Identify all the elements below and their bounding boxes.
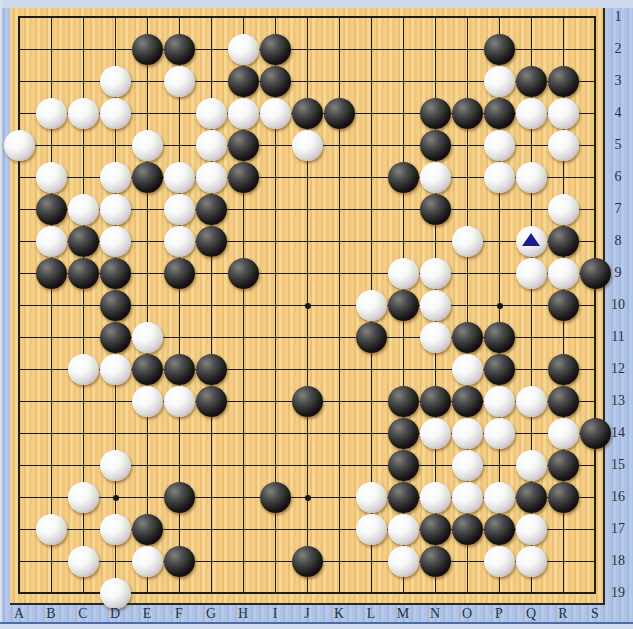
column-label: D bbox=[104, 606, 126, 622]
go-app-window: 12345678910111213141516171819ABCDEFGHIJK… bbox=[0, 0, 633, 629]
frame-bottom-light-strip bbox=[0, 624, 633, 629]
white-stone[interactable] bbox=[100, 162, 131, 193]
white-stone[interactable] bbox=[164, 386, 195, 417]
black-stone[interactable] bbox=[68, 258, 99, 289]
black-stone[interactable] bbox=[548, 66, 579, 97]
black-stone[interactable] bbox=[260, 34, 291, 65]
black-stone[interactable] bbox=[164, 546, 195, 577]
black-stone[interactable] bbox=[452, 322, 483, 353]
black-stone[interactable] bbox=[484, 354, 515, 385]
black-stone[interactable] bbox=[292, 98, 323, 129]
white-stone[interactable] bbox=[164, 66, 195, 97]
white-stone[interactable] bbox=[484, 162, 515, 193]
black-stone[interactable] bbox=[292, 386, 323, 417]
black-stone[interactable] bbox=[196, 386, 227, 417]
white-stone[interactable] bbox=[36, 514, 67, 545]
white-stone[interactable] bbox=[484, 546, 515, 577]
white-stone[interactable] bbox=[100, 578, 131, 609]
black-stone[interactable] bbox=[548, 386, 579, 417]
black-stone[interactable] bbox=[484, 98, 515, 129]
white-stone[interactable] bbox=[100, 66, 131, 97]
black-stone[interactable] bbox=[100, 290, 131, 321]
black-stone[interactable] bbox=[548, 226, 579, 257]
white-stone[interactable] bbox=[388, 514, 419, 545]
white-stone[interactable] bbox=[164, 194, 195, 225]
white-stone[interactable] bbox=[420, 418, 451, 449]
window-top-strip bbox=[0, 0, 633, 8]
black-stone[interactable] bbox=[196, 354, 227, 385]
row-label: 10 bbox=[605, 297, 631, 313]
white-stone[interactable] bbox=[388, 546, 419, 577]
black-stone[interactable] bbox=[132, 514, 163, 545]
column-label: K bbox=[328, 606, 350, 622]
white-stone[interactable] bbox=[356, 482, 387, 513]
row-label: 13 bbox=[605, 393, 631, 409]
column-label: G bbox=[200, 606, 222, 622]
white-stone[interactable] bbox=[548, 98, 579, 129]
row-label: 14 bbox=[605, 425, 631, 441]
column-label: B bbox=[40, 606, 62, 622]
white-stone[interactable] bbox=[452, 450, 483, 481]
white-stone[interactable] bbox=[516, 258, 547, 289]
column-label: I bbox=[264, 606, 286, 622]
row-label: 15 bbox=[605, 457, 631, 473]
white-stone[interactable] bbox=[228, 34, 259, 65]
black-stone[interactable] bbox=[228, 66, 259, 97]
white-stone[interactable] bbox=[484, 386, 515, 417]
row-label: 9 bbox=[605, 265, 631, 281]
black-stone[interactable] bbox=[100, 322, 131, 353]
white-stone[interactable] bbox=[292, 130, 323, 161]
column-label: R bbox=[552, 606, 574, 622]
white-stone[interactable] bbox=[36, 98, 67, 129]
black-stone[interactable] bbox=[452, 98, 483, 129]
black-stone[interactable] bbox=[420, 130, 451, 161]
white-stone[interactable] bbox=[516, 546, 547, 577]
black-stone[interactable] bbox=[452, 386, 483, 417]
white-stone[interactable] bbox=[68, 546, 99, 577]
black-stone[interactable] bbox=[420, 194, 451, 225]
white-stone[interactable] bbox=[548, 418, 579, 449]
black-stone[interactable] bbox=[388, 162, 419, 193]
black-stone[interactable] bbox=[196, 226, 227, 257]
white-stone[interactable] bbox=[388, 258, 419, 289]
black-stone[interactable] bbox=[452, 514, 483, 545]
white-stone[interactable] bbox=[68, 194, 99, 225]
black-stone[interactable] bbox=[388, 418, 419, 449]
white-stone[interactable] bbox=[4, 130, 35, 161]
row-label: 17 bbox=[605, 521, 631, 537]
white-stone[interactable] bbox=[516, 386, 547, 417]
black-stone[interactable] bbox=[420, 98, 451, 129]
white-stone[interactable] bbox=[132, 130, 163, 161]
black-stone[interactable] bbox=[228, 162, 259, 193]
black-stone[interactable] bbox=[388, 482, 419, 513]
white-stone[interactable] bbox=[100, 514, 131, 545]
white-stone[interactable] bbox=[100, 98, 131, 129]
row-label: 5 bbox=[605, 137, 631, 153]
black-stone[interactable] bbox=[420, 546, 451, 577]
white-stone[interactable] bbox=[420, 162, 451, 193]
white-stone[interactable] bbox=[516, 450, 547, 481]
row-label: 6 bbox=[605, 169, 631, 185]
black-stone[interactable] bbox=[228, 258, 259, 289]
white-stone[interactable] bbox=[36, 226, 67, 257]
hoshi-point bbox=[305, 495, 311, 501]
white-stone[interactable] bbox=[228, 98, 259, 129]
black-stone[interactable] bbox=[228, 130, 259, 161]
column-label: P bbox=[488, 606, 510, 622]
white-stone[interactable] bbox=[420, 290, 451, 321]
white-stone[interactable] bbox=[100, 450, 131, 481]
black-stone[interactable] bbox=[548, 450, 579, 481]
row-label: 4 bbox=[605, 105, 631, 121]
black-stone[interactable] bbox=[100, 258, 131, 289]
column-label: Q bbox=[520, 606, 542, 622]
white-stone[interactable] bbox=[196, 130, 227, 161]
black-stone[interactable] bbox=[292, 546, 323, 577]
hoshi-point bbox=[305, 303, 311, 309]
white-stone[interactable] bbox=[516, 162, 547, 193]
white-stone[interactable] bbox=[132, 386, 163, 417]
white-stone[interactable] bbox=[452, 226, 483, 257]
black-stone[interactable] bbox=[548, 482, 579, 513]
black-stone[interactable] bbox=[484, 34, 515, 65]
white-stone[interactable] bbox=[548, 130, 579, 161]
row-label: 2 bbox=[605, 41, 631, 57]
column-label: C bbox=[72, 606, 94, 622]
black-stone[interactable] bbox=[164, 354, 195, 385]
row-label: 18 bbox=[605, 553, 631, 569]
row-label: 8 bbox=[605, 233, 631, 249]
white-stone[interactable] bbox=[260, 98, 291, 129]
go-board[interactable] bbox=[10, 8, 605, 605]
white-stone[interactable] bbox=[548, 194, 579, 225]
black-stone[interactable] bbox=[164, 258, 195, 289]
black-stone[interactable] bbox=[68, 226, 99, 257]
white-stone[interactable] bbox=[484, 482, 515, 513]
white-stone[interactable] bbox=[68, 482, 99, 513]
white-stone[interactable] bbox=[132, 322, 163, 353]
white-stone[interactable] bbox=[68, 98, 99, 129]
white-stone[interactable] bbox=[100, 194, 131, 225]
white-stone[interactable] bbox=[100, 354, 131, 385]
white-stone[interactable] bbox=[196, 98, 227, 129]
white-stone[interactable] bbox=[452, 354, 483, 385]
window-left-edge bbox=[0, 0, 2, 629]
black-stone[interactable] bbox=[132, 354, 163, 385]
white-stone[interactable] bbox=[516, 514, 547, 545]
white-stone[interactable] bbox=[484, 130, 515, 161]
row-label: 7 bbox=[605, 201, 631, 217]
white-stone[interactable] bbox=[132, 546, 163, 577]
column-label: H bbox=[232, 606, 254, 622]
black-stone[interactable] bbox=[484, 322, 515, 353]
black-stone[interactable] bbox=[196, 194, 227, 225]
black-stone[interactable] bbox=[548, 354, 579, 385]
white-stone[interactable] bbox=[484, 66, 515, 97]
column-label: M bbox=[392, 606, 414, 622]
black-stone[interactable] bbox=[420, 386, 451, 417]
black-stone[interactable] bbox=[388, 450, 419, 481]
white-stone[interactable] bbox=[420, 482, 451, 513]
white-stone[interactable] bbox=[36, 162, 67, 193]
black-stone[interactable] bbox=[516, 66, 547, 97]
row-label: 3 bbox=[605, 73, 631, 89]
black-stone[interactable] bbox=[548, 290, 579, 321]
black-stone[interactable] bbox=[36, 194, 67, 225]
column-label: L bbox=[360, 606, 382, 622]
black-stone[interactable] bbox=[388, 290, 419, 321]
black-stone[interactable] bbox=[356, 322, 387, 353]
column-label: N bbox=[424, 606, 446, 622]
white-stone[interactable] bbox=[452, 482, 483, 513]
column-label: O bbox=[456, 606, 478, 622]
white-stone[interactable] bbox=[420, 322, 451, 353]
column-label: E bbox=[136, 606, 158, 622]
black-stone[interactable] bbox=[324, 98, 355, 129]
black-stone[interactable] bbox=[164, 34, 195, 65]
row-label: 11 bbox=[605, 329, 631, 345]
black-stone[interactable] bbox=[260, 66, 291, 97]
black-stone[interactable] bbox=[36, 258, 67, 289]
black-stone[interactable] bbox=[132, 34, 163, 65]
row-label: 12 bbox=[605, 361, 631, 377]
black-stone[interactable] bbox=[132, 162, 163, 193]
white-stone[interactable] bbox=[196, 162, 227, 193]
white-stone[interactable] bbox=[420, 258, 451, 289]
black-stone[interactable] bbox=[164, 482, 195, 513]
black-stone[interactable] bbox=[388, 386, 419, 417]
column-label: J bbox=[296, 606, 318, 622]
row-label: 16 bbox=[605, 489, 631, 505]
white-stone[interactable] bbox=[356, 514, 387, 545]
white-stone[interactable] bbox=[548, 258, 579, 289]
column-label: S bbox=[584, 606, 606, 622]
hoshi-point bbox=[497, 303, 503, 309]
white-stone[interactable] bbox=[484, 418, 515, 449]
black-stone[interactable] bbox=[516, 482, 547, 513]
black-stone[interactable] bbox=[260, 482, 291, 513]
white-stone[interactable] bbox=[356, 290, 387, 321]
white-stone[interactable] bbox=[68, 354, 99, 385]
white-stone[interactable] bbox=[100, 226, 131, 257]
white-stone[interactable] bbox=[164, 226, 195, 257]
hoshi-point bbox=[113, 495, 119, 501]
white-stone[interactable] bbox=[516, 98, 547, 129]
column-label: F bbox=[168, 606, 190, 622]
black-stone[interactable] bbox=[420, 514, 451, 545]
white-stone[interactable] bbox=[452, 418, 483, 449]
column-label: A bbox=[8, 606, 30, 622]
black-stone[interactable] bbox=[484, 514, 515, 545]
row-label: 19 bbox=[605, 585, 631, 601]
white-stone[interactable] bbox=[164, 162, 195, 193]
row-label: 1 bbox=[605, 9, 631, 25]
triangle-marker bbox=[522, 233, 540, 246]
